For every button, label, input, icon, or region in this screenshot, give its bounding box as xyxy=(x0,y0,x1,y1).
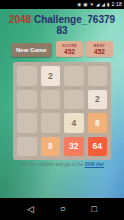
caption-link[interactable]: 2048 tile! xyxy=(85,162,104,167)
tile-2: 2 xyxy=(88,90,108,110)
battery-icon: ▮ xyxy=(107,0,109,9)
vibrate-icon: ▣ xyxy=(83,0,87,9)
tile-8: 8 xyxy=(88,113,108,133)
page-title: 2048 Challenge_76379 83 xyxy=(0,14,124,36)
empty-cell xyxy=(88,66,108,86)
best-box: BEST 452 xyxy=(86,41,113,57)
empty-cell xyxy=(41,90,61,110)
new-game-button[interactable]: New Game xyxy=(11,43,52,57)
caption-text: Join the numbers and get to the xyxy=(20,162,85,167)
signal2-icon: ◢ xyxy=(102,0,105,9)
empty-cell xyxy=(17,66,37,86)
board-wrap: 224883264 xyxy=(0,62,124,160)
title-line2: 83 xyxy=(56,25,67,36)
back-icon[interactable]: ◁ xyxy=(27,198,34,220)
status-bar: ◉ ▣ ▼ ◢ ◢ ▮ 2:18 xyxy=(0,0,124,9)
score-value: 452 xyxy=(59,48,80,55)
notification-icon: ◉ xyxy=(77,0,81,9)
android-nav-bar: ◁ ○ □ xyxy=(0,198,124,220)
tile-8: 8 xyxy=(41,137,61,157)
recents-icon[interactable]: □ xyxy=(92,198,97,220)
wifi-icon: ▼ xyxy=(90,0,94,9)
game-board[interactable]: 224883264 xyxy=(13,62,111,160)
phone-screen: ◉ ▣ ▼ ◢ ◢ ▮ 2:18 2048 Challenge_76379 83… xyxy=(0,0,124,220)
tile-64: 64 xyxy=(88,137,108,157)
empty-cell xyxy=(17,137,37,157)
controls-row: New Game SCORE 452 BEST 452 xyxy=(11,41,113,57)
empty-cell xyxy=(17,113,37,133)
best-value: 452 xyxy=(89,48,110,55)
title-name: Challenge_76379 xyxy=(31,14,115,25)
score-box: SCORE 452 xyxy=(56,41,83,57)
empty-cell xyxy=(41,113,61,133)
tile-32: 32 xyxy=(64,137,84,157)
signal-icon: ◢ xyxy=(96,0,99,9)
home-icon[interactable]: ○ xyxy=(60,198,66,220)
empty-cell xyxy=(64,90,84,110)
tile-2: 2 xyxy=(41,66,61,86)
empty-cell xyxy=(17,90,37,110)
clock-text: 2:18 xyxy=(111,0,122,9)
score-group: SCORE 452 BEST 452 xyxy=(56,41,113,57)
tile-4: 4 xyxy=(64,113,84,133)
title-prefix: 2048 xyxy=(9,14,31,25)
board-caption: Join the numbers and get to the 2048 til… xyxy=(0,162,124,168)
empty-cell xyxy=(64,66,84,86)
